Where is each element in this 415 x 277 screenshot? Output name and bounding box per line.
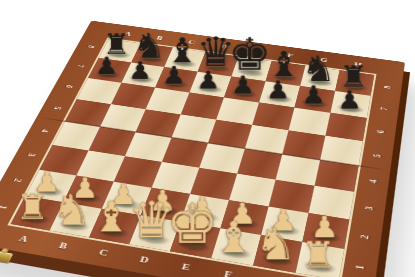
rank-label-right-2: 2: [343, 227, 387, 246]
square-g1[interactable]: ♞: [253, 235, 302, 273]
piece-white-bishop-f1[interactable]: ♝: [212, 217, 254, 258]
chess-board: ♜♞♝♛♚♝♞♜♟♟♟♟♟♟♟♟♟♟♟♟♟♟♟♟♜♞♝♛♚♝♞♜ AABBCCD…: [0, 21, 405, 277]
rank-label-right-1: 1: [337, 257, 382, 277]
file-label-front-g: G: [248, 271, 294, 277]
piece-black-pawn-b7[interactable]: ♟: [128, 59, 152, 82]
rank-label-right-7: 7: [365, 102, 403, 117]
file-label-front-b: B: [41, 236, 87, 256]
rank-label-right-6: 6: [361, 124, 400, 139]
square-h6[interactable]: [325, 113, 366, 141]
rank-label-right-3: 3: [348, 199, 390, 217]
piece-black-pawn-f7[interactable]: ♟: [265, 79, 289, 103]
piece-black-pawn-e7[interactable]: ♟: [230, 74, 254, 98]
piece-white-king-e1[interactable]: ♚: [165, 199, 218, 251]
piece-black-pawn-d7[interactable]: ♟: [196, 69, 220, 92]
square-e4[interactable]: [199, 143, 245, 174]
file-label-front-f: F: [205, 264, 251, 277]
piece-black-pawn-a7[interactable]: ♟: [94, 55, 118, 78]
file-label-front-d: D: [122, 250, 168, 270]
piece-white-rook-a1[interactable]: ♜: [15, 191, 49, 224]
file-label-front-c: C: [81, 243, 127, 263]
square-e6[interactable]: [216, 97, 259, 124]
rank-label-right-8: 8: [369, 80, 406, 94]
square-d5[interactable]: [172, 114, 217, 143]
square-h1[interactable]: ♜: [296, 242, 345, 277]
file-label-front-a: A: [1, 229, 47, 248]
scene: ♜♞♝♛♚♝♞♜♟♟♟♟♟♟♟♟♟♟♟♟♟♟♟♟♜♞♝♛♚♝♞♜ AABBCCD…: [0, 0, 415, 277]
piece-white-rook-h1[interactable]: ♜: [300, 238, 335, 273]
piece-black-pawn-c7[interactable]: ♟: [161, 64, 185, 87]
rank-label-right-4: 4: [352, 173, 393, 190]
piece-white-knight-g1[interactable]: ♞: [254, 224, 296, 265]
brass-clasp-left-icon: [0, 251, 13, 264]
photo-stage: ♜♞♝♛♚♝♞♜♟♟♟♟♟♟♟♟♟♟♟♟♟♟♟♟♜♞♝♛♚♝♞♜ AABBCCD…: [0, 0, 415, 277]
rank-label-right-5: 5: [357, 148, 397, 164]
piece-white-bishop-c1[interactable]: ♝: [90, 197, 131, 237]
piece-black-pawn-h7[interactable]: ♟: [337, 88, 362, 112]
piece-black-pawn-g7[interactable]: ♟: [301, 83, 326, 107]
board-grid: ♜♞♝♛♚♝♞♜♟♟♟♟♟♟♟♟♟♟♟♟♟♟♟♟♜♞♝♛♚♝♞♜: [11, 39, 375, 277]
file-label-front-e: E: [163, 257, 209, 277]
piece-white-knight-b1[interactable]: ♞: [51, 191, 92, 231]
